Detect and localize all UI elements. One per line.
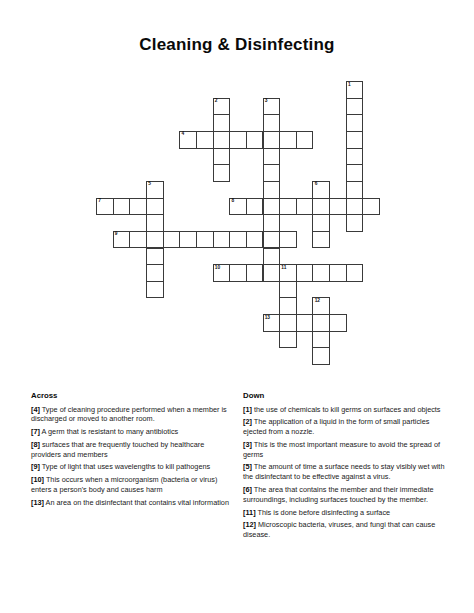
grid-cell-r3c7[interactable] <box>213 131 231 149</box>
grid-cell-r7c12[interactable] <box>296 198 314 216</box>
grid-cell-r7c14[interactable] <box>329 198 347 216</box>
clue-down-1: [1] the use of chemicals to kill germs o… <box>243 405 446 415</box>
grid-cell-r11c9[interactable] <box>246 264 264 282</box>
clue-across-8: [8] surfaces that are frequently touched… <box>31 440 232 460</box>
cell-number: 1 <box>348 83 351 88</box>
cell-number: 9 <box>115 232 118 237</box>
grid-cell-r9c13[interactable] <box>312 231 330 249</box>
grid-cell-r9c6[interactable] <box>196 231 214 249</box>
grid-cell-r9c11[interactable] <box>279 231 297 249</box>
grid-cell-r7c3[interactable] <box>146 198 164 216</box>
grid-cell-r9c9[interactable] <box>246 231 264 249</box>
clue-across-7: [7] A germ that is resistant to many ant… <box>31 427 232 437</box>
across-clues-column: Across [4] Type of cleaning procedure pe… <box>31 391 232 543</box>
grid-cell-r2c15[interactable] <box>346 114 364 132</box>
grid-cell-r1c15[interactable] <box>346 98 364 116</box>
grid-cell-r14c12[interactable] <box>296 314 314 332</box>
clue-number: [13] <box>31 498 44 507</box>
grid-cell-r4c7[interactable] <box>213 148 231 166</box>
grid-cell-r11c13[interactable] <box>312 264 330 282</box>
cell-number: 8 <box>231 199 234 204</box>
cell-number: 3 <box>265 99 268 104</box>
grid-cell-r3c11[interactable] <box>279 131 297 149</box>
grid-cell-r11c3[interactable] <box>146 264 164 282</box>
cell-number: 12 <box>315 299 320 304</box>
clue-across-10: [10] This occurs when a microorganism (b… <box>31 475 232 495</box>
grid-cell-r11c8[interactable] <box>229 264 247 282</box>
grid-cell-r11c7[interactable]: 10 <box>213 264 231 282</box>
clue-number: [12] <box>243 520 256 529</box>
grid-cell-r7c0[interactable]: 7 <box>96 198 114 216</box>
grid-cell-r5c15[interactable] <box>346 164 364 182</box>
cell-number: 6 <box>315 182 318 187</box>
clue-down-3: [3] This is the most important measure t… <box>243 440 446 460</box>
clue-number: [9] <box>31 462 40 471</box>
grid-cell-r2c7[interactable] <box>213 114 231 132</box>
clue-number: [3] <box>243 440 252 449</box>
cell-number: 2 <box>215 99 218 104</box>
grid-cell-r7c11[interactable] <box>279 198 297 216</box>
clue-across-9: [9] Type of light that uses wavelengths … <box>31 462 232 472</box>
grid-cell-r9c5[interactable] <box>179 231 197 249</box>
across-heading: Across <box>31 391 232 400</box>
down-clues-column: Down [1] the use of chemicals to kill ge… <box>243 391 446 543</box>
clue-down-5: [5] The amount of time a surface needs t… <box>243 462 446 482</box>
clue-down-12: [12] Microscopic bacteria, viruses, and … <box>243 520 446 540</box>
grid-cell-r11c12[interactable] <box>296 264 314 282</box>
grid-cell-r11c10[interactable] <box>263 264 281 282</box>
grid-cell-r7c8[interactable]: 8 <box>229 198 247 216</box>
grid-cell-r8c13[interactable] <box>312 214 330 232</box>
cell-number: 7 <box>98 199 101 204</box>
grid-cell-r13c13[interactable]: 12 <box>312 297 330 315</box>
clue-down-2: [2] The application of a liquid in the f… <box>243 417 446 437</box>
across-clues-list: [4] Type of cleaning procedure performed… <box>31 405 232 508</box>
grid-cell-r14c14[interactable] <box>329 314 347 332</box>
grid-cell-r1c10[interactable]: 3 <box>263 98 281 116</box>
clue-number: [8] <box>31 440 40 449</box>
grid-cell-r2c10[interactable] <box>263 114 281 132</box>
clue-number: [6] <box>243 485 252 494</box>
grid-cell-r14c13[interactable] <box>312 314 330 332</box>
puzzle-title: Cleaning & Disinfecting <box>0 35 474 55</box>
grid-cell-r5c7[interactable] <box>213 164 231 182</box>
grid-cell-r7c10[interactable] <box>263 198 281 216</box>
grid-cell-r14c10[interactable]: 13 <box>263 314 281 332</box>
grid-cell-r13c11[interactable] <box>279 297 297 315</box>
grid-cell-r3c5[interactable]: 4 <box>179 131 197 149</box>
grid-cell-r9c8[interactable] <box>229 231 247 249</box>
clue-number: [5] <box>243 462 252 471</box>
clue-number: [7] <box>31 427 40 436</box>
grid-cell-r15c11[interactable] <box>279 331 297 349</box>
clue-across-4: [4] Type of cleaning procedure performed… <box>31 405 232 425</box>
clue-number: [2] <box>243 417 252 426</box>
cell-number: 10 <box>215 266 220 271</box>
clue-down-6: [6] The area that contains the member an… <box>243 485 446 505</box>
down-heading: Down <box>243 391 446 400</box>
grid-cell-r3c12[interactable] <box>296 131 314 149</box>
clue-across-13: [13] An area on the disinfectant that co… <box>31 498 232 508</box>
grid-cell-r7c9[interactable] <box>246 198 264 216</box>
grid-cell-r5c10[interactable] <box>263 164 281 182</box>
clue-number: [10] <box>31 475 44 484</box>
grid-cell-r9c10[interactable] <box>263 231 281 249</box>
grid-cell-r7c1[interactable] <box>113 198 131 216</box>
grid-cell-r9c3[interactable] <box>146 231 164 249</box>
grid-cell-r12c11[interactable] <box>279 281 297 299</box>
grid-cell-r9c4[interactable] <box>163 231 181 249</box>
clue-down-11: [11] This is done before disinfecting a … <box>243 508 446 518</box>
cell-number: 4 <box>181 132 184 137</box>
grid-cell-r6c15[interactable] <box>346 181 364 199</box>
grid-cell-r9c2[interactable] <box>129 231 147 249</box>
grid-cell-r8c10[interactable] <box>263 214 281 232</box>
grid-cell-r15c13[interactable] <box>312 331 330 349</box>
grid-cell-r10c10[interactable] <box>263 248 281 266</box>
grid-cell-r6c13[interactable]: 6 <box>312 181 330 199</box>
clue-number: [1] <box>243 405 252 414</box>
grid-cell-r6c10[interactable] <box>263 181 281 199</box>
grid-cell-r3c8[interactable] <box>229 131 247 149</box>
crossword-page: Cleaning & Disinfecting 1234567891011121… <box>0 0 474 613</box>
grid-cell-r3c6[interactable] <box>196 131 214 149</box>
grid-cell-r11c15[interactable] <box>346 264 364 282</box>
grid-cell-r11c14[interactable] <box>329 264 347 282</box>
grid-cell-r7c13[interactable] <box>312 198 330 216</box>
grid-cell-r7c16[interactable] <box>362 198 380 216</box>
grid-cell-r4c15[interactable] <box>346 148 364 166</box>
grid-cell-r7c2[interactable] <box>129 198 147 216</box>
grid-cell-r3c15[interactable] <box>346 131 364 149</box>
grid-cell-r12c3[interactable] <box>146 281 164 299</box>
grid-cell-r6c3[interactable]: 5 <box>146 181 164 199</box>
grid-cell-r11c11[interactable]: 11 <box>279 264 297 282</box>
grid-cell-r8c15[interactable] <box>346 214 364 232</box>
cell-number: 5 <box>148 182 151 187</box>
grid-cell-r8c3[interactable] <box>146 214 164 232</box>
down-clues-list: [1] the use of chemicals to kill germs o… <box>243 405 446 541</box>
clue-number: [4] <box>31 405 40 414</box>
cell-number: 11 <box>281 266 286 271</box>
grid-cell-r3c10[interactable] <box>263 131 281 149</box>
clue-number: [11] <box>243 508 256 517</box>
grid-cell-r7c15[interactable] <box>346 198 364 216</box>
grid-cell-r16c13[interactable] <box>312 347 330 365</box>
grid-cell-r1c7[interactable]: 2 <box>213 98 231 116</box>
grid-cell-r4c10[interactable] <box>263 148 281 166</box>
grid-cell-r10c3[interactable] <box>146 248 164 266</box>
cell-number: 13 <box>265 316 270 321</box>
crossword-grid: 12345678910111213 <box>96 81 381 366</box>
grid-cell-r0c15[interactable]: 1 <box>346 81 364 99</box>
clues-section: Across [4] Type of cleaning procedure pe… <box>31 391 446 543</box>
grid-cell-r14c11[interactable] <box>279 314 297 332</box>
grid-cell-r3c9[interactable] <box>246 131 264 149</box>
grid-cell-r9c7[interactable] <box>213 231 231 249</box>
grid-cell-r9c1[interactable]: 9 <box>113 231 131 249</box>
